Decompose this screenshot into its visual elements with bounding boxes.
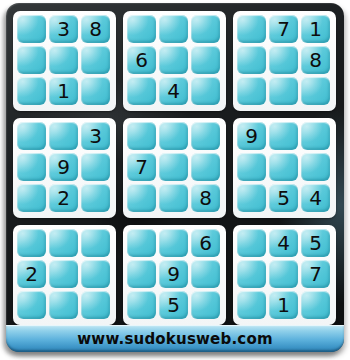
box-r3c3: 4571 xyxy=(233,225,336,325)
cell-r1c7[interactable] xyxy=(237,15,266,43)
cell-r3c4[interactable] xyxy=(127,77,156,105)
cell-r7c4[interactable] xyxy=(127,229,156,257)
cell-r9c3[interactable] xyxy=(81,291,110,319)
cell-r6c7[interactable] xyxy=(237,184,266,212)
cell-r8c3[interactable] xyxy=(81,260,110,288)
box-r2c1: 392 xyxy=(13,118,116,218)
cell-r6c5[interactable] xyxy=(159,184,188,212)
cell-r7c7[interactable] xyxy=(237,229,266,257)
cell-r5c5[interactable] xyxy=(159,153,188,181)
cell-r2c8[interactable] xyxy=(269,46,298,74)
cell-r5c9[interactable] xyxy=(301,153,330,181)
cell-r5c2[interactable]: 9 xyxy=(49,153,78,181)
cell-r1c1[interactable] xyxy=(17,15,46,43)
sudoku-boxes-grid: 381647183927895426954571 xyxy=(13,11,336,325)
footer-band: www.sudokusweb.com xyxy=(6,325,344,352)
cell-r6c2[interactable]: 2 xyxy=(49,184,78,212)
cell-r5c6[interactable] xyxy=(191,153,220,181)
cell-r7c2[interactable] xyxy=(49,229,78,257)
cell-r9c8[interactable]: 1 xyxy=(269,291,298,319)
cell-r2c1[interactable] xyxy=(17,46,46,74)
cell-r9c4[interactable] xyxy=(127,291,156,319)
cell-r4c5[interactable] xyxy=(159,122,188,150)
cell-r4c3[interactable]: 3 xyxy=(81,122,110,150)
page: 381647183927895426954571 www.sudokusweb.… xyxy=(0,0,350,360)
cell-r1c4[interactable] xyxy=(127,15,156,43)
cell-r4c7[interactable]: 9 xyxy=(237,122,266,150)
cell-r1c3[interactable]: 8 xyxy=(81,15,110,43)
box-r1c1: 381 xyxy=(13,11,116,111)
cell-r9c2[interactable] xyxy=(49,291,78,319)
cell-r2c9[interactable]: 8 xyxy=(301,46,330,74)
cell-r3c3[interactable] xyxy=(81,77,110,105)
cell-r5c1[interactable] xyxy=(17,153,46,181)
cell-r9c7[interactable] xyxy=(237,291,266,319)
cell-r7c9[interactable]: 5 xyxy=(301,229,330,257)
cell-r3c8[interactable] xyxy=(269,77,298,105)
cell-r4c2[interactable] xyxy=(49,122,78,150)
cell-r1c8[interactable]: 7 xyxy=(269,15,298,43)
cell-r6c1[interactable] xyxy=(17,184,46,212)
cell-r8c4[interactable] xyxy=(127,260,156,288)
cell-r8c2[interactable] xyxy=(49,260,78,288)
cell-r2c4[interactable]: 6 xyxy=(127,46,156,74)
sudoku-board: 381647183927895426954571 www.sudokusweb.… xyxy=(6,3,344,352)
cell-r1c6[interactable] xyxy=(191,15,220,43)
cell-r3c5[interactable]: 4 xyxy=(159,77,188,105)
cell-r1c9[interactable]: 1 xyxy=(301,15,330,43)
box-r1c2: 64 xyxy=(123,11,226,111)
cell-r9c1[interactable] xyxy=(17,291,46,319)
cell-r8c9[interactable]: 7 xyxy=(301,260,330,288)
cell-r7c5[interactable] xyxy=(159,229,188,257)
cell-r7c8[interactable]: 4 xyxy=(269,229,298,257)
cell-r2c5[interactable] xyxy=(159,46,188,74)
cell-r2c2[interactable] xyxy=(49,46,78,74)
cell-r8c5[interactable]: 9 xyxy=(159,260,188,288)
cell-r4c4[interactable] xyxy=(127,122,156,150)
cell-r5c7[interactable] xyxy=(237,153,266,181)
cell-r6c3[interactable] xyxy=(81,184,110,212)
box-r2c3: 954 xyxy=(233,118,336,218)
cell-r5c8[interactable] xyxy=(269,153,298,181)
cell-r4c8[interactable] xyxy=(269,122,298,150)
box-r3c1: 2 xyxy=(13,225,116,325)
cell-r3c6[interactable] xyxy=(191,77,220,105)
cell-r8c8[interactable] xyxy=(269,260,298,288)
cell-r9c5[interactable]: 5 xyxy=(159,291,188,319)
cell-r8c6[interactable] xyxy=(191,260,220,288)
cell-r1c5[interactable] xyxy=(159,15,188,43)
cell-r2c3[interactable] xyxy=(81,46,110,74)
cell-r5c3[interactable] xyxy=(81,153,110,181)
cell-r1c2[interactable]: 3 xyxy=(49,15,78,43)
cell-r7c1[interactable] xyxy=(17,229,46,257)
cell-r5c4[interactable]: 7 xyxy=(127,153,156,181)
cell-r3c1[interactable] xyxy=(17,77,46,105)
box-r2c2: 78 xyxy=(123,118,226,218)
site-url-link[interactable]: www.sudokusweb.com xyxy=(77,330,272,348)
box-r1c3: 718 xyxy=(233,11,336,111)
cell-r8c1[interactable]: 2 xyxy=(17,260,46,288)
cell-r6c4[interactable] xyxy=(127,184,156,212)
cell-r9c9[interactable] xyxy=(301,291,330,319)
cell-r7c3[interactable] xyxy=(81,229,110,257)
cell-r3c9[interactable] xyxy=(301,77,330,105)
cell-r6c9[interactable]: 4 xyxy=(301,184,330,212)
cell-r4c9[interactable] xyxy=(301,122,330,150)
cell-r4c1[interactable] xyxy=(17,122,46,150)
cell-r2c6[interactable] xyxy=(191,46,220,74)
box-r3c2: 695 xyxy=(123,225,226,325)
cell-r4c6[interactable] xyxy=(191,122,220,150)
cell-r8c7[interactable] xyxy=(237,260,266,288)
cell-r7c6[interactable]: 6 xyxy=(191,229,220,257)
cell-r9c6[interactable] xyxy=(191,291,220,319)
cell-r3c2[interactable]: 1 xyxy=(49,77,78,105)
cell-r3c7[interactable] xyxy=(237,77,266,105)
cell-r2c7[interactable] xyxy=(237,46,266,74)
cell-r6c6[interactable]: 8 xyxy=(191,184,220,212)
cell-r6c8[interactable]: 5 xyxy=(269,184,298,212)
